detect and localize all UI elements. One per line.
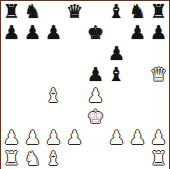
white-rook-piece[interactable]: ♜ bbox=[150, 148, 167, 169]
white-pawn-piece[interactable]: ♟ bbox=[108, 127, 125, 148]
square-c5[interactable] bbox=[43, 64, 64, 85]
square-g7[interactable]: ♟ bbox=[127, 22, 148, 43]
square-h8[interactable]: ♜ bbox=[148, 1, 169, 22]
square-f8[interactable]: ♝ bbox=[106, 1, 127, 22]
square-c8[interactable] bbox=[43, 1, 64, 22]
square-f5[interactable]: ♝ bbox=[106, 64, 127, 85]
white-pawn-piece[interactable]: ♟ bbox=[150, 127, 167, 148]
black-pawn-piece[interactable]: ♟ bbox=[108, 43, 125, 64]
black-pawn-piece[interactable]: ♟ bbox=[129, 22, 146, 43]
square-e4[interactable]: ♟ bbox=[85, 85, 106, 106]
white-pawn-piece[interactable]: ♟ bbox=[45, 127, 62, 148]
square-e2[interactable] bbox=[85, 127, 106, 148]
square-g2[interactable]: ♟ bbox=[127, 127, 148, 148]
square-c2[interactable]: ♟ bbox=[43, 127, 64, 148]
white-pawn-piece[interactable]: ♟ bbox=[129, 127, 146, 148]
square-h2[interactable]: ♟ bbox=[148, 127, 169, 148]
square-d3[interactable] bbox=[64, 106, 85, 127]
square-h3[interactable] bbox=[148, 106, 169, 127]
white-bishop-piece[interactable]: ♝ bbox=[45, 85, 62, 106]
square-a3[interactable] bbox=[1, 106, 22, 127]
square-e5[interactable]: ♟ bbox=[85, 64, 106, 85]
black-pawn-piece[interactable]: ♟ bbox=[24, 22, 41, 43]
black-bishop-piece[interactable]: ♝ bbox=[108, 64, 125, 85]
square-a1[interactable]: ♜ bbox=[1, 148, 22, 169]
black-queen-piece[interactable]: ♛ bbox=[66, 1, 83, 22]
square-e1[interactable] bbox=[85, 148, 106, 169]
square-b6[interactable] bbox=[22, 43, 43, 64]
square-h5[interactable]: ♛ bbox=[148, 64, 169, 85]
black-pawn-piece[interactable]: ♟ bbox=[3, 22, 20, 43]
chess-board: ♜♞♛♝♞♜♟♟♟♚♟♟♟♟♝♛♝♟♚♟♟♟♟♟♟♟♜♞♝♜ bbox=[0, 0, 170, 169]
white-queen-piece[interactable]: ♛ bbox=[150, 64, 167, 85]
square-b2[interactable]: ♟ bbox=[22, 127, 43, 148]
square-f4[interactable] bbox=[106, 85, 127, 106]
black-knight-piece[interactable]: ♞ bbox=[24, 1, 41, 22]
black-pawn-piece[interactable]: ♟ bbox=[45, 22, 62, 43]
square-g6[interactable] bbox=[127, 43, 148, 64]
square-b5[interactable] bbox=[22, 64, 43, 85]
black-pawn-piece[interactable]: ♟ bbox=[87, 64, 104, 85]
square-e8[interactable] bbox=[85, 1, 106, 22]
square-e7[interactable]: ♚ bbox=[85, 22, 106, 43]
square-g5[interactable] bbox=[127, 64, 148, 85]
white-king-piece[interactable]: ♚ bbox=[87, 106, 104, 127]
white-bishop-piece[interactable]: ♝ bbox=[45, 148, 62, 169]
white-pawn-piece[interactable]: ♟ bbox=[3, 127, 20, 148]
square-g3[interactable] bbox=[127, 106, 148, 127]
square-c6[interactable] bbox=[43, 43, 64, 64]
black-rook-piece[interactable]: ♜ bbox=[3, 1, 20, 22]
square-c3[interactable] bbox=[43, 106, 64, 127]
white-rook-piece[interactable]: ♜ bbox=[3, 148, 20, 169]
square-d5[interactable] bbox=[64, 64, 85, 85]
square-e6[interactable] bbox=[85, 43, 106, 64]
square-h7[interactable]: ♟ bbox=[148, 22, 169, 43]
square-f3[interactable] bbox=[106, 106, 127, 127]
square-c7[interactable]: ♟ bbox=[43, 22, 64, 43]
square-a8[interactable]: ♜ bbox=[1, 1, 22, 22]
black-knight-piece[interactable]: ♞ bbox=[129, 1, 146, 22]
square-d7[interactable] bbox=[64, 22, 85, 43]
square-g4[interactable] bbox=[127, 85, 148, 106]
square-a4[interactable] bbox=[1, 85, 22, 106]
square-a5[interactable] bbox=[1, 64, 22, 85]
square-g8[interactable]: ♞ bbox=[127, 1, 148, 22]
black-bishop-piece[interactable]: ♝ bbox=[108, 1, 125, 22]
square-b4[interactable] bbox=[22, 85, 43, 106]
square-d1[interactable] bbox=[64, 148, 85, 169]
square-c1[interactable]: ♝ bbox=[43, 148, 64, 169]
square-e3[interactable]: ♚ bbox=[85, 106, 106, 127]
black-king-piece[interactable]: ♚ bbox=[87, 22, 104, 43]
square-g1[interactable] bbox=[127, 148, 148, 169]
square-c4[interactable]: ♝ bbox=[43, 85, 64, 106]
white-pawn-piece[interactable]: ♟ bbox=[24, 127, 41, 148]
square-h6[interactable] bbox=[148, 43, 169, 64]
square-h1[interactable]: ♜ bbox=[148, 148, 169, 169]
square-f1[interactable] bbox=[106, 148, 127, 169]
square-d6[interactable] bbox=[64, 43, 85, 64]
square-a2[interactable]: ♟ bbox=[1, 127, 22, 148]
chess-app: ♜♞♛♝♞♜♟♟♟♚♟♟♟♟♝♛♝♟♚♟♟♟♟♟♟♟♜♞♝♜ bbox=[0, 0, 170, 169]
white-pawn-piece[interactable]: ♟ bbox=[66, 127, 83, 148]
square-d8[interactable]: ♛ bbox=[64, 1, 85, 22]
white-pawn-piece[interactable]: ♟ bbox=[87, 85, 104, 106]
square-b8[interactable]: ♞ bbox=[22, 1, 43, 22]
square-d2[interactable]: ♟ bbox=[64, 127, 85, 148]
black-rook-piece[interactable]: ♜ bbox=[150, 1, 167, 22]
square-f2[interactable]: ♟ bbox=[106, 127, 127, 148]
square-f7[interactable] bbox=[106, 22, 127, 43]
square-b7[interactable]: ♟ bbox=[22, 22, 43, 43]
white-knight-piece[interactable]: ♞ bbox=[24, 148, 41, 169]
square-a6[interactable] bbox=[1, 43, 22, 64]
square-d4[interactable] bbox=[64, 85, 85, 106]
square-f6[interactable]: ♟ bbox=[106, 43, 127, 64]
black-pawn-piece[interactable]: ♟ bbox=[150, 22, 167, 43]
square-b1[interactable]: ♞ bbox=[22, 148, 43, 169]
square-a7[interactable]: ♟ bbox=[1, 22, 22, 43]
square-b3[interactable] bbox=[22, 106, 43, 127]
square-h4[interactable] bbox=[148, 85, 169, 106]
